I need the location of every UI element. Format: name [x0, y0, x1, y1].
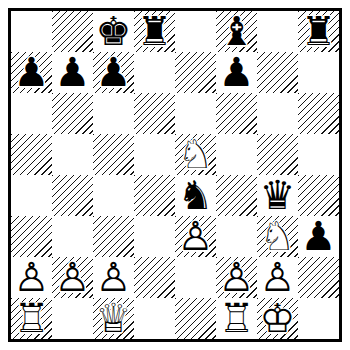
- square-d8[interactable]: ♜: [134, 11, 175, 52]
- piece-white-queen[interactable]: ♕: [93, 298, 134, 339]
- piece-black-queen[interactable]: ♛: [257, 175, 298, 216]
- square-d7[interactable]: [134, 52, 175, 93]
- square-f1[interactable]: ♜♖: [216, 298, 257, 339]
- square-e4[interactable]: ♞: [175, 175, 216, 216]
- square-a2[interactable]: ♟♙: [11, 257, 52, 298]
- square-h1[interactable]: [298, 298, 339, 339]
- piece-black-knight[interactable]: ♞: [175, 175, 216, 216]
- square-b7[interactable]: ♟: [52, 52, 93, 93]
- square-f2[interactable]: ♟♙: [216, 257, 257, 298]
- board-frame: ♚♜♝♜♟♟♟♟♞♘♞♛♟♙♞♘♟♟♙♟♙♟♙♟♙♟♙♜♖♛♕♜♖♚♔: [8, 8, 342, 342]
- piece-black-rook[interactable]: ♜: [298, 11, 339, 52]
- piece-white-pawn[interactable]: ♙: [175, 216, 216, 257]
- square-c5[interactable]: [93, 134, 134, 175]
- square-h7[interactable]: [298, 52, 339, 93]
- square-h6[interactable]: [298, 93, 339, 134]
- piece-black-king[interactable]: ♚: [93, 11, 134, 52]
- piece-white-rook[interactable]: ♖: [216, 298, 257, 339]
- piece-white-rook[interactable]: ♖: [11, 298, 52, 339]
- piece-white-knight[interactable]: ♘: [175, 134, 216, 175]
- square-b5[interactable]: [52, 134, 93, 175]
- piece-black-pawn[interactable]: ♟: [11, 52, 52, 93]
- square-c1[interactable]: ♛♕: [93, 298, 134, 339]
- square-d4[interactable]: [134, 175, 175, 216]
- piece-white-knight[interactable]: ♘: [257, 216, 298, 257]
- square-g4[interactable]: ♛: [257, 175, 298, 216]
- square-g2[interactable]: ♟♙: [257, 257, 298, 298]
- square-h4[interactable]: [298, 175, 339, 216]
- square-g7[interactable]: [257, 52, 298, 93]
- square-c2[interactable]: ♟♙: [93, 257, 134, 298]
- square-a8[interactable]: [11, 11, 52, 52]
- square-d6[interactable]: [134, 93, 175, 134]
- piece-white-king[interactable]: ♔: [257, 298, 298, 339]
- square-g3[interactable]: ♞♘: [257, 216, 298, 257]
- square-c7[interactable]: ♟: [93, 52, 134, 93]
- square-b2[interactable]: ♟♙: [52, 257, 93, 298]
- square-a7[interactable]: ♟: [11, 52, 52, 93]
- square-b6[interactable]: [52, 93, 93, 134]
- piece-black-pawn[interactable]: ♟: [216, 52, 257, 93]
- square-e6[interactable]: [175, 93, 216, 134]
- piece-white-pawn[interactable]: ♙: [257, 257, 298, 298]
- piece-white-pawn[interactable]: ♙: [52, 257, 93, 298]
- piece-black-rook[interactable]: ♜: [134, 11, 175, 52]
- chess-board: ♚♜♝♜♟♟♟♟♞♘♞♛♟♙♞♘♟♟♙♟♙♟♙♟♙♟♙♜♖♛♕♜♖♚♔: [11, 11, 339, 339]
- square-a5[interactable]: [11, 134, 52, 175]
- square-e1[interactable]: [175, 298, 216, 339]
- square-b4[interactable]: [52, 175, 93, 216]
- square-c3[interactable]: [93, 216, 134, 257]
- diagram-background: ♚♜♝♜♟♟♟♟♞♘♞♛♟♙♞♘♟♟♙♟♙♟♙♟♙♟♙♜♖♛♕♜♖♚♔: [0, 0, 350, 350]
- piece-black-pawn[interactable]: ♟: [93, 52, 134, 93]
- piece-white-pawn[interactable]: ♙: [216, 257, 257, 298]
- square-f8[interactable]: ♝: [216, 11, 257, 52]
- square-d3[interactable]: [134, 216, 175, 257]
- square-c6[interactable]: [93, 93, 134, 134]
- square-b8[interactable]: [52, 11, 93, 52]
- square-h8[interactable]: ♜: [298, 11, 339, 52]
- square-h3[interactable]: ♟: [298, 216, 339, 257]
- square-f3[interactable]: [216, 216, 257, 257]
- square-f7[interactable]: ♟: [216, 52, 257, 93]
- square-g1[interactable]: ♚♔: [257, 298, 298, 339]
- piece-white-pawn[interactable]: ♙: [11, 257, 52, 298]
- square-f6[interactable]: [216, 93, 257, 134]
- square-d1[interactable]: [134, 298, 175, 339]
- square-e7[interactable]: [175, 52, 216, 93]
- square-e2[interactable]: [175, 257, 216, 298]
- square-e3[interactable]: ♟♙: [175, 216, 216, 257]
- square-e8[interactable]: [175, 11, 216, 52]
- square-g6[interactable]: [257, 93, 298, 134]
- square-c8[interactable]: ♚: [93, 11, 134, 52]
- square-d2[interactable]: [134, 257, 175, 298]
- square-f5[interactable]: [216, 134, 257, 175]
- square-g5[interactable]: [257, 134, 298, 175]
- square-h2[interactable]: [298, 257, 339, 298]
- square-b3[interactable]: [52, 216, 93, 257]
- piece-black-pawn[interactable]: ♟: [298, 216, 339, 257]
- piece-black-bishop[interactable]: ♝: [216, 11, 257, 52]
- piece-black-pawn[interactable]: ♟: [52, 52, 93, 93]
- square-a4[interactable]: [11, 175, 52, 216]
- square-a1[interactable]: ♜♖: [11, 298, 52, 339]
- square-f4[interactable]: [216, 175, 257, 216]
- square-a6[interactable]: [11, 93, 52, 134]
- square-e5[interactable]: ♞♘: [175, 134, 216, 175]
- square-g8[interactable]: [257, 11, 298, 52]
- square-a3[interactable]: [11, 216, 52, 257]
- square-b1[interactable]: [52, 298, 93, 339]
- square-h5[interactable]: [298, 134, 339, 175]
- square-d5[interactable]: [134, 134, 175, 175]
- square-c4[interactable]: [93, 175, 134, 216]
- piece-white-pawn[interactable]: ♙: [93, 257, 134, 298]
